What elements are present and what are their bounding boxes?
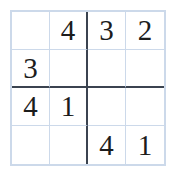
cell-r3c2[interactable]: 1	[50, 88, 88, 126]
cell-r1c4[interactable]: 2	[126, 12, 164, 50]
cell-r1c2[interactable]: 4	[50, 12, 88, 50]
cell-r4c1[interactable]	[12, 126, 50, 164]
cell-r3c3[interactable]	[88, 88, 126, 126]
cell-r4c3[interactable]: 4	[88, 126, 126, 164]
cell-r1c3[interactable]: 3	[88, 12, 126, 50]
cell-r3c4[interactable]	[126, 88, 164, 126]
cell-r4c4[interactable]: 1	[126, 126, 164, 164]
cell-r3c1[interactable]: 4	[12, 88, 50, 126]
sudoku-page: 4 3 2 3 4 1 4 1	[0, 0, 180, 180]
cell-r2c4[interactable]	[126, 50, 164, 88]
cell-r4c2[interactable]	[50, 126, 88, 164]
cell-r2c1[interactable]: 3	[12, 50, 50, 88]
cell-r1c1[interactable]	[12, 12, 50, 50]
cell-r2c3[interactable]	[88, 50, 126, 88]
cell-r2c2[interactable]	[50, 50, 88, 88]
sudoku-board: 4 3 2 3 4 1 4 1	[10, 10, 166, 166]
